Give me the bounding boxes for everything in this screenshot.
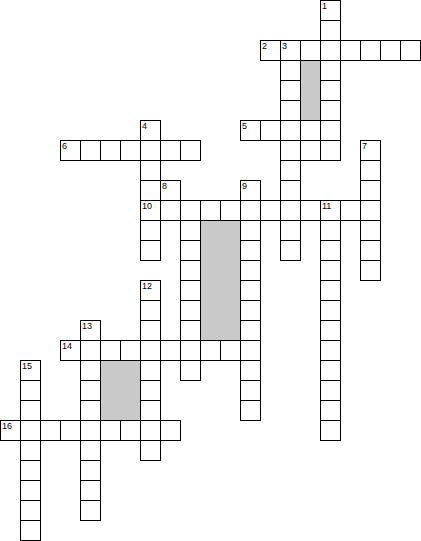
cell-r19-c7[interactable] [140,380,161,401]
cell-r17-c4[interactable] [80,340,101,361]
shaded-cell-r15-c11 [220,300,241,321]
shaded-cell-r15-c10 [200,300,221,321]
shaded-cell-r13-c10 [200,260,221,281]
cell-r10-c12[interactable] [240,200,261,221]
cell-r13-c12[interactable] [240,260,261,281]
cell-r17-c8[interactable] [160,340,181,361]
cell-r21-c5[interactable] [100,420,121,441]
cell-r16-c7[interactable] [140,320,161,341]
cell-r10-c15[interactable] [300,200,321,221]
cell-r8-c14[interactable] [280,160,301,181]
cell-r22-c4[interactable] [80,440,101,461]
shaded-cell-r20-c6 [120,400,141,421]
cell-r8-c7[interactable] [140,160,161,181]
cell-r18-c1[interactable] [20,360,41,381]
cell-r19-c12[interactable] [240,380,261,401]
cell-r12-c7[interactable] [140,240,161,261]
cell-r2-c17[interactable] [340,40,361,61]
shaded-cell-r16-c10 [200,320,221,341]
cell-r18-c12[interactable] [240,360,261,381]
cell-r7-c5[interactable] [100,140,121,161]
cell-r19-c16[interactable] [320,380,341,401]
cell-r7-c14[interactable] [280,140,301,161]
cell-r16-c12[interactable] [240,320,261,341]
cell-r20-c12[interactable] [240,400,261,421]
shaded-cell-r4-c15 [300,80,321,101]
cell-r13-c18[interactable] [360,260,381,281]
cell-r9-c8[interactable] [160,180,181,201]
cell-r17-c12[interactable] [240,340,261,361]
cell-r14-c16[interactable] [320,280,341,301]
cell-r2-c16[interactable] [320,40,341,61]
cell-r25-c1[interactable] [20,500,41,521]
cell-r12-c9[interactable] [180,240,201,261]
cell-r16-c16[interactable] [320,320,341,341]
cell-r20-c7[interactable] [140,400,161,421]
shaded-cell-r14-c11 [220,280,241,301]
cell-r5-c14[interactable] [280,100,301,121]
cell-r11-c16[interactable] [320,220,341,241]
cell-r26-c1[interactable] [20,520,41,541]
cell-r14-c12[interactable] [240,280,261,301]
cell-r1-c16[interactable] [320,20,341,41]
cell-r7-c4[interactable] [80,140,101,161]
cell-r6-c7[interactable] [140,120,161,141]
cell-r17-c11[interactable] [220,340,241,361]
cell-r4-c16[interactable] [320,80,341,101]
cell-r23-c1[interactable] [20,460,41,481]
cell-r7-c16[interactable] [320,140,341,161]
cell-r21-c16[interactable] [320,420,341,441]
cell-r11-c18[interactable] [360,220,381,241]
cell-r10-c16[interactable] [320,200,341,221]
cell-r17-c6[interactable] [120,340,141,361]
cell-r18-c9[interactable] [180,360,201,381]
cell-r11-c14[interactable] [280,220,301,241]
cell-r18-c16[interactable] [320,360,341,381]
cell-r15-c9[interactable] [180,300,201,321]
cell-r10-c7[interactable] [140,200,161,221]
cell-r22-c1[interactable] [20,440,41,461]
cell-r11-c12[interactable] [240,220,261,241]
cell-r3-c14[interactable] [280,60,301,81]
cell-r2-c20[interactable] [400,40,421,61]
cell-r19-c4[interactable] [80,380,101,401]
shaded-cell-r16-c11 [220,320,241,341]
cell-r10-c10[interactable] [200,200,221,221]
cell-r9-c14[interactable] [280,180,301,201]
cell-r24-c1[interactable] [20,480,41,501]
cell-r7-c8[interactable] [160,140,181,161]
cell-r18-c4[interactable] [80,360,101,381]
cell-r12-c18[interactable] [360,240,381,261]
cell-r14-c9[interactable] [180,280,201,301]
cell-r15-c12[interactable] [240,300,261,321]
cell-r13-c16[interactable] [320,260,341,281]
cell-r21-c8[interactable] [160,420,181,441]
cell-r21-c2[interactable] [40,420,61,441]
cell-r10-c18[interactable] [360,200,381,221]
cell-r21-c4[interactable] [80,420,101,441]
cell-r11-c9[interactable] [180,220,201,241]
cell-r21-c6[interactable] [120,420,141,441]
cell-r11-c7[interactable] [140,220,161,241]
cell-r0-c16[interactable] [320,0,341,21]
cell-r20-c1[interactable] [20,400,41,421]
cell-r2-c14[interactable] [280,40,301,61]
cell-r6-c13[interactable] [260,120,281,141]
cell-r15-c16[interactable] [320,300,341,321]
cell-r10-c14[interactable] [280,200,301,221]
cell-r6-c14[interactable] [280,120,301,141]
cell-r19-c1[interactable] [20,380,41,401]
cell-r17-c3[interactable] [60,340,81,361]
cell-r7-c18[interactable] [360,140,381,161]
cell-r9-c7[interactable] [140,180,161,201]
cell-r24-c4[interactable] [80,480,101,501]
shaded-cell-r12-c10 [200,240,221,261]
cell-r12-c16[interactable] [320,240,341,261]
cell-r17-c9[interactable] [180,340,201,361]
cell-r10-c11[interactable] [220,200,241,221]
cell-r10-c17[interactable] [340,200,361,221]
cell-r3-c16[interactable] [320,60,341,81]
cell-r22-c7[interactable] [140,440,161,461]
cell-r17-c10[interactable] [200,340,221,361]
cell-r17-c7[interactable] [140,340,161,361]
cell-r9-c12[interactable] [240,180,261,201]
cell-r7-c7[interactable] [140,140,161,161]
cell-r25-c4[interactable] [80,500,101,521]
cell-r23-c4[interactable] [80,460,101,481]
crossword-board: 12345678910111213141516 [0,0,421,541]
cell-r2-c15[interactable] [300,40,321,61]
cell-r8-c18[interactable] [360,160,381,181]
cell-r16-c9[interactable] [180,320,201,341]
cell-r2-c19[interactable] [380,40,401,61]
shaded-cell-r11-c10 [200,220,221,241]
cell-r10-c9[interactable] [180,200,201,221]
cell-r6-c16[interactable] [320,120,341,141]
cell-r14-c7[interactable] [140,280,161,301]
cell-r2-c13[interactable] [260,40,281,61]
cell-r6-c12[interactable] [240,120,261,141]
cell-r17-c16[interactable] [320,340,341,361]
cell-r21-c1[interactable] [20,420,41,441]
shaded-cell-r12-c11 [220,240,241,261]
shaded-cell-r13-c11 [220,260,241,281]
cell-r9-c18[interactable] [360,180,381,201]
cell-r7-c9[interactable] [180,140,201,161]
cell-r7-c3[interactable] [60,140,81,161]
cell-r21-c7[interactable] [140,420,161,441]
cell-r12-c14[interactable] [280,240,301,261]
shaded-cell-r5-c15 [300,100,321,121]
cell-r10-c8[interactable] [160,200,181,221]
shaded-cell-r11-c11 [220,220,241,241]
shaded-cell-r19-c6 [120,380,141,401]
shaded-cell-r19-c5 [100,380,121,401]
cell-r21-c0[interactable] [0,420,21,441]
cell-r12-c12[interactable] [240,240,261,261]
shaded-cell-r3-c15 [300,60,321,81]
cell-r10-c13[interactable] [260,200,281,221]
cell-r4-c14[interactable] [280,80,301,101]
cell-r6-c15[interactable] [300,120,321,141]
cell-r20-c16[interactable] [320,400,341,421]
shaded-cell-r18-c5 [100,360,121,381]
cell-r15-c7[interactable] [140,300,161,321]
cell-r20-c4[interactable] [80,400,101,421]
cell-r16-c4[interactable] [80,320,101,341]
cell-r7-c6[interactable] [120,140,141,161]
cell-r18-c7[interactable] [140,360,161,381]
cell-r2-c18[interactable] [360,40,381,61]
shaded-cell-r14-c10 [200,280,221,301]
cell-r21-c3[interactable] [60,420,81,441]
cell-r17-c5[interactable] [100,340,121,361]
shaded-cell-r18-c6 [120,360,141,381]
cell-r5-c16[interactable] [320,100,341,121]
cell-r13-c9[interactable] [180,260,201,281]
cell-r7-c15[interactable] [300,140,321,161]
shaded-cell-r20-c5 [100,400,121,421]
